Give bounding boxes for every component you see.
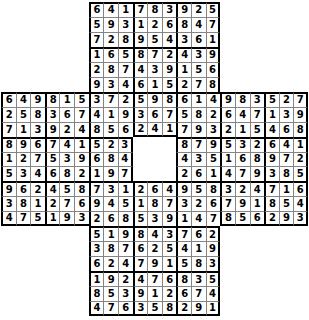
sudoku-cell[interactable]: 5 bbox=[118, 196, 133, 211]
sudoku-cell[interactable]: 9 bbox=[235, 196, 250, 211]
sudoku-cell[interactable]: 5 bbox=[191, 181, 206, 196]
sudoku-cell[interactable]: 7 bbox=[30, 152, 45, 167]
sudoku-cell[interactable]: 3 bbox=[45, 107, 60, 122]
sudoku-cell[interactable]: 8 bbox=[89, 122, 104, 137]
sudoku-cell[interactable]: 8 bbox=[59, 166, 74, 181]
sudoku-cell[interactable]: 9 bbox=[147, 92, 162, 107]
sudoku-cell[interactable]: 1 bbox=[191, 241, 206, 256]
sudoku-cell[interactable]: 6 bbox=[89, 152, 104, 167]
sudoku-cell[interactable]: 9 bbox=[147, 256, 162, 271]
sudoku-cell[interactable]: 4 bbox=[235, 107, 250, 122]
sudoku-cell[interactable]: 9 bbox=[279, 211, 294, 226]
sudoku-cell[interactable]: 2 bbox=[89, 211, 104, 226]
empty-space bbox=[1, 241, 16, 256]
sudoku-cell[interactable]: 2 bbox=[162, 286, 177, 301]
sudoku-cell[interactable]: 8 bbox=[206, 77, 221, 92]
sudoku-cell[interactable]: 6 bbox=[147, 107, 162, 122]
sudoku-cell[interactable]: 6 bbox=[191, 226, 206, 241]
sudoku-cell[interactable]: 6 bbox=[59, 107, 74, 122]
sudoku-cell[interactable]: 6 bbox=[293, 181, 308, 196]
sudoku-cell[interactable]: 5 bbox=[89, 17, 104, 32]
sudoku-cell[interactable]: 8 bbox=[89, 286, 104, 301]
sudoku-cell[interactable]: 9 bbox=[74, 152, 89, 167]
sudoku-cell[interactable]: 4 bbox=[16, 92, 31, 107]
sudoku-cell[interactable]: 9 bbox=[1, 181, 16, 196]
sudoku-cell[interactable]: 9 bbox=[206, 47, 221, 62]
sudoku-cell[interactable]: 4 bbox=[147, 226, 162, 241]
sudoku-cell[interactable]: 2 bbox=[191, 2, 206, 17]
sudoku-cell[interactable]: 9 bbox=[191, 122, 206, 137]
sudoku-cell[interactable]: 4 bbox=[279, 137, 294, 152]
sudoku-cell[interactable]: 6 bbox=[162, 17, 177, 32]
sudoku-cell[interactable]: 1 bbox=[206, 166, 221, 181]
sudoku-cell[interactable]: 6 bbox=[45, 166, 60, 181]
sudoku-cell[interactable]: 2 bbox=[30, 181, 45, 196]
sudoku-cell[interactable]: 9 bbox=[162, 211, 177, 226]
sudoku-cell[interactable]: 8 bbox=[1, 137, 16, 152]
sudoku-cell[interactable]: 3 bbox=[30, 122, 45, 137]
sudoku-cell[interactable]: 4 bbox=[176, 47, 191, 62]
sudoku-cell[interactable]: 8 bbox=[103, 152, 118, 167]
sudoku-cell[interactable]: 9 bbox=[206, 137, 221, 152]
sudoku-cell[interactable]: 7 bbox=[103, 92, 118, 107]
sudoku-cell[interactable]: 1 bbox=[30, 196, 45, 211]
sudoku-cell[interactable]: 6 bbox=[118, 301, 133, 316]
empty-space bbox=[30, 32, 45, 47]
sudoku-cell[interactable]: 6 bbox=[191, 166, 206, 181]
sudoku-cell[interactable]: 2 bbox=[118, 92, 133, 107]
sudoku-cell[interactable]: 5 bbox=[250, 122, 265, 137]
sudoku-cell[interactable]: 4 bbox=[191, 211, 206, 226]
sudoku-cell[interactable]: 3 bbox=[89, 241, 104, 256]
sudoku-cell[interactable]: 8 bbox=[16, 196, 31, 211]
sudoku-cell[interactable]: 5 bbox=[30, 211, 45, 226]
sudoku-cell[interactable]: 9 bbox=[191, 301, 206, 316]
sudoku-cell[interactable]: 9 bbox=[103, 271, 118, 286]
sudoku-cell[interactable]: 5 bbox=[133, 92, 148, 107]
sudoku-cell[interactable]: 7 bbox=[133, 256, 148, 271]
sudoku-cell[interactable]: 1 bbox=[264, 107, 279, 122]
sudoku-cell[interactable]: 3 bbox=[147, 211, 162, 226]
sudoku-cell[interactable]: 3 bbox=[176, 196, 191, 211]
sudoku-cell[interactable]: 1 bbox=[103, 226, 118, 241]
sudoku-cell[interactable]: 3 bbox=[1, 196, 16, 211]
sudoku-cell[interactable]: 6 bbox=[176, 286, 191, 301]
sudoku-cell[interactable]: 9 bbox=[118, 226, 133, 241]
sudoku-cell[interactable]: 6 bbox=[133, 77, 148, 92]
sudoku-cell[interactable]: 6 bbox=[30, 137, 45, 152]
sudoku-cell[interactable]: 6 bbox=[206, 62, 221, 77]
sudoku-cell[interactable]: 5 bbox=[220, 137, 235, 152]
sudoku-cell[interactable]: 4 bbox=[147, 122, 162, 137]
sudoku-cell[interactable]: 8 bbox=[147, 2, 162, 17]
sudoku-cell[interactable]: 7 bbox=[264, 181, 279, 196]
sudoku-cell[interactable]: 6 bbox=[191, 32, 206, 47]
sudoku-cell[interactable]: 7 bbox=[162, 196, 177, 211]
sudoku-cell[interactable]: 3 bbox=[162, 226, 177, 241]
sudoku-cell[interactable]: 9 bbox=[16, 137, 31, 152]
sudoku-cell[interactable]: 7 bbox=[118, 62, 133, 77]
empty-space bbox=[162, 152, 177, 167]
sudoku-cell[interactable]: 3 bbox=[293, 211, 308, 226]
sudoku-cell[interactable]: 5 bbox=[206, 152, 221, 167]
sudoku-cell[interactable]: 8 bbox=[220, 211, 235, 226]
sudoku-cell[interactable]: 5 bbox=[89, 137, 104, 152]
sudoku-cell[interactable]: 2 bbox=[176, 166, 191, 181]
sudoku-cell[interactable]: 5 bbox=[176, 107, 191, 122]
sudoku-cell[interactable]: 4 bbox=[162, 181, 177, 196]
sudoku-cell[interactable]: 7 bbox=[103, 301, 118, 316]
sudoku-cell[interactable]: 4 bbox=[191, 17, 206, 32]
sudoku-cell[interactable]: 8 bbox=[103, 62, 118, 77]
sudoku-cell[interactable]: 2 bbox=[16, 152, 31, 167]
empty-space bbox=[74, 17, 89, 32]
sudoku-cell[interactable]: 7 bbox=[1, 122, 16, 137]
sudoku-cell[interactable]: 5 bbox=[147, 301, 162, 316]
sudoku-cell[interactable]: 7 bbox=[118, 241, 133, 256]
sudoku-cell[interactable]: 4 bbox=[118, 256, 133, 271]
sudoku-cell[interactable]: 1 bbox=[147, 77, 162, 92]
sudoku-cell[interactable]: 9 bbox=[133, 286, 148, 301]
sudoku-cell[interactable]: 6 bbox=[103, 47, 118, 62]
sudoku-cell[interactable]: 2 bbox=[103, 32, 118, 47]
sudoku-cell[interactable]: 6 bbox=[250, 211, 265, 226]
sudoku-cell[interactable]: 3 bbox=[176, 32, 191, 47]
sudoku-cell[interactable]: 1 bbox=[250, 196, 265, 211]
sudoku-cell[interactable]: 8 bbox=[30, 107, 45, 122]
sudoku-cell[interactable]: 2 bbox=[103, 256, 118, 271]
sudoku-cell[interactable]: 9 bbox=[103, 166, 118, 181]
sudoku-cell[interactable]: 7 bbox=[220, 196, 235, 211]
sudoku-cell[interactable]: 5 bbox=[118, 47, 133, 62]
sudoku-cell[interactable]: 2 bbox=[293, 152, 308, 167]
sudoku-cell[interactable]: 7 bbox=[74, 107, 89, 122]
sudoku-cell[interactable]: 2 bbox=[89, 62, 104, 77]
sudoku-cell[interactable]: 3 bbox=[16, 166, 31, 181]
sudoku-cell[interactable]: 5 bbox=[45, 152, 60, 167]
sudoku-cell[interactable]: 5 bbox=[206, 271, 221, 286]
sudoku-cell[interactable]: 7 bbox=[133, 2, 148, 17]
sudoku-cell[interactable]: 1 bbox=[89, 47, 104, 62]
sudoku-cell[interactable]: 6 bbox=[74, 196, 89, 211]
empty-space bbox=[220, 2, 235, 17]
sudoku-cell[interactable]: 3 bbox=[89, 92, 104, 107]
sudoku-cell[interactable]: 5 bbox=[74, 92, 89, 107]
sudoku-cell[interactable]: 5 bbox=[191, 62, 206, 77]
sudoku-cell[interactable]: 1 bbox=[293, 137, 308, 152]
sudoku-cell[interactable]: 3 bbox=[162, 2, 177, 17]
sudoku-cell[interactable]: 9 bbox=[133, 32, 148, 47]
sudoku-cell[interactable]: 1 bbox=[220, 152, 235, 167]
sudoku-cell[interactable]: 2 bbox=[206, 107, 221, 122]
sudoku-cell[interactable]: 9 bbox=[103, 17, 118, 32]
sudoku-cell[interactable]: 4 bbox=[103, 196, 118, 211]
sudoku-cell[interactable]: 1 bbox=[133, 17, 148, 32]
sudoku-cell[interactable]: 8 bbox=[279, 166, 294, 181]
sudoku-cell[interactable]: 3 bbox=[250, 92, 265, 107]
sudoku-cell[interactable]: 7 bbox=[279, 152, 294, 167]
sudoku-cell[interactable]: 3 bbox=[133, 301, 148, 316]
sudoku-cell[interactable]: 1 bbox=[191, 92, 206, 107]
sudoku-cell[interactable]: 1 bbox=[16, 122, 31, 137]
sudoku-cell[interactable]: 8 bbox=[176, 137, 191, 152]
sudoku-cell[interactable]: 1 bbox=[162, 122, 177, 137]
sudoku-cell[interactable]: 5 bbox=[59, 181, 74, 196]
sudoku-cell[interactable]: 7 bbox=[147, 47, 162, 62]
sudoku-cell[interactable]: 5 bbox=[103, 122, 118, 137]
sudoku-cell[interactable]: 4 bbox=[176, 241, 191, 256]
sudoku-cell[interactable]: 8 bbox=[45, 92, 60, 107]
sudoku-cell[interactable]: 6 bbox=[176, 92, 191, 107]
sudoku-cell[interactable]: 4 bbox=[45, 181, 60, 196]
sudoku-cell[interactable]: 1 bbox=[176, 62, 191, 77]
sudoku-cell[interactable]: 9 bbox=[30, 92, 45, 107]
sudoku-cell[interactable]: 4 bbox=[133, 271, 148, 286]
sudoku-cell[interactable]: 9 bbox=[250, 166, 265, 181]
sudoku-cell[interactable]: 9 bbox=[264, 152, 279, 167]
sudoku-cell[interactable]: 9 bbox=[220, 92, 235, 107]
sudoku-cell[interactable]: 5 bbox=[133, 211, 148, 226]
sudoku-cell[interactable]: 3 bbox=[220, 181, 235, 196]
sudoku-cell[interactable]: 4 bbox=[293, 196, 308, 211]
sudoku-cell[interactable]: 5 bbox=[279, 196, 294, 211]
sudoku-cell[interactable]: 5 bbox=[162, 77, 177, 92]
sudoku-cell[interactable]: 7 bbox=[176, 122, 191, 137]
sudoku-cell[interactable]: 3 bbox=[118, 17, 133, 32]
sudoku-cell[interactable]: 4 bbox=[30, 166, 45, 181]
sudoku-cell[interactable]: 1 bbox=[118, 181, 133, 196]
sudoku-cell[interactable]: 6 bbox=[103, 211, 118, 226]
sudoku-cell[interactable]: 4 bbox=[250, 181, 265, 196]
sudoku-cell[interactable]: 6 bbox=[133, 241, 148, 256]
sudoku-cell[interactable]: 6 bbox=[89, 2, 104, 17]
empty-space bbox=[250, 286, 265, 301]
sudoku-cell[interactable]: 4 bbox=[206, 92, 221, 107]
sudoku-cell[interactable]: 4 bbox=[89, 107, 104, 122]
sudoku-cell[interactable]: 5 bbox=[235, 211, 250, 226]
sudoku-cell[interactable]: 3 bbox=[133, 107, 148, 122]
sudoku-cell[interactable]: 7 bbox=[59, 196, 74, 211]
sudoku-cell[interactable]: 2 bbox=[118, 271, 133, 286]
sudoku-cell[interactable]: 6 bbox=[279, 122, 294, 137]
empty-space bbox=[279, 77, 294, 92]
sudoku-cell[interactable]: 3 bbox=[191, 47, 206, 62]
sudoku-cell[interactable]: 2 bbox=[279, 92, 294, 107]
sudoku-cell[interactable]: 7 bbox=[191, 137, 206, 152]
sudoku-cell[interactable]: 5 bbox=[1, 166, 16, 181]
sudoku-cell[interactable]: 3 bbox=[118, 137, 133, 152]
sudoku-cell[interactable]: 8 bbox=[147, 196, 162, 211]
sudoku-cell[interactable]: 4 bbox=[162, 32, 177, 47]
empty-space bbox=[74, 77, 89, 92]
sudoku-cell[interactable]: 5 bbox=[206, 2, 221, 17]
sudoku-cell[interactable]: 5 bbox=[16, 107, 31, 122]
sudoku-cell[interactable]: 2 bbox=[162, 47, 177, 62]
sudoku-cell[interactable]: 3 bbox=[59, 152, 74, 167]
sudoku-cell[interactable]: 3 bbox=[103, 181, 118, 196]
sudoku-cell[interactable]: 3 bbox=[264, 166, 279, 181]
sudoku-cell[interactable]: 1 bbox=[118, 2, 133, 17]
sudoku-cell[interactable]: 2 bbox=[220, 122, 235, 137]
sudoku-cell[interactable]: 6 bbox=[206, 196, 221, 211]
sudoku-cell[interactable]: 9 bbox=[206, 241, 221, 256]
sudoku-cell[interactable]: 7 bbox=[162, 107, 177, 122]
sudoku-cell[interactable]: 6 bbox=[147, 181, 162, 196]
sudoku-cell[interactable]: 5 bbox=[89, 226, 104, 241]
sudoku-cell[interactable]: 9 bbox=[176, 2, 191, 17]
sudoku-cell[interactable]: 6 bbox=[235, 152, 250, 167]
sudoku-cell[interactable]: 5 bbox=[176, 256, 191, 271]
sudoku-cell[interactable]: 1 bbox=[206, 32, 221, 47]
sudoku-cell[interactable]: 3 bbox=[118, 286, 133, 301]
sudoku-cell[interactable]: 4 bbox=[176, 152, 191, 167]
sudoku-cell[interactable]: 4 bbox=[118, 77, 133, 92]
sudoku-cell[interactable]: 7 bbox=[89, 181, 104, 196]
sudoku-cell[interactable]: 2 bbox=[206, 226, 221, 241]
sudoku-cell[interactable]: 8 bbox=[162, 92, 177, 107]
sudoku-cell[interactable]: 8 bbox=[191, 256, 206, 271]
sudoku-cell[interactable]: 8 bbox=[264, 196, 279, 211]
sudoku-cell[interactable]: 8 bbox=[206, 181, 221, 196]
sudoku-cell[interactable]: 9 bbox=[118, 107, 133, 122]
sudoku-cell[interactable]: 1 bbox=[74, 137, 89, 152]
sudoku-cell[interactable]: 2 bbox=[147, 17, 162, 32]
sudoku-cell[interactable]: 2 bbox=[250, 137, 265, 152]
sudoku-cell[interactable]: 1 bbox=[1, 152, 16, 167]
sudoku-cell[interactable]: 2 bbox=[191, 196, 206, 211]
sudoku-cell[interactable]: 9 bbox=[89, 196, 104, 211]
sudoku-cell[interactable]: 8 bbox=[162, 301, 177, 316]
sudoku-cell[interactable]: 6 bbox=[162, 271, 177, 286]
sudoku-cell[interactable]: 4 bbox=[220, 166, 235, 181]
sudoku-cell[interactable]: 8 bbox=[118, 32, 133, 47]
sudoku-cell[interactable]: 1 bbox=[147, 286, 162, 301]
sudoku-cell[interactable]: 6 bbox=[220, 107, 235, 122]
sudoku-cell[interactable]: 6 bbox=[1, 92, 16, 107]
empty-space bbox=[45, 271, 60, 286]
sudoku-cell[interactable]: 2 bbox=[1, 107, 16, 122]
sudoku-cell[interactable]: 1 bbox=[45, 211, 60, 226]
sudoku-cell[interactable]: 8 bbox=[133, 226, 148, 241]
sudoku-cell[interactable]: 2 bbox=[45, 196, 60, 211]
sudoku-cell[interactable]: 1 bbox=[235, 122, 250, 137]
sudoku-cell[interactable]: 6 bbox=[16, 181, 31, 196]
sudoku-cell[interactable]: 1 bbox=[89, 166, 104, 181]
empty-space bbox=[235, 301, 250, 316]
sudoku-cell[interactable]: 8 bbox=[176, 17, 191, 32]
sudoku-cell[interactable]: 4 bbox=[74, 122, 89, 137]
sudoku-cell[interactable]: 6 bbox=[264, 137, 279, 152]
sudoku-cell[interactable]: 1 bbox=[206, 301, 221, 316]
sudoku-cell[interactable]: 3 bbox=[235, 137, 250, 152]
sudoku-cell[interactable]: 7 bbox=[16, 211, 31, 226]
sudoku-cell[interactable]: 2 bbox=[176, 77, 191, 92]
sudoku-cell[interactable]: 6 bbox=[118, 122, 133, 137]
sudoku-cell[interactable]: 3 bbox=[191, 271, 206, 286]
sudoku-cell[interactable]: 2 bbox=[133, 181, 148, 196]
sudoku-cell[interactable]: 3 bbox=[191, 152, 206, 167]
sudoku-cell[interactable]: 1 bbox=[103, 107, 118, 122]
sudoku-cell[interactable]: 9 bbox=[162, 62, 177, 77]
sudoku-cell[interactable]: 8 bbox=[250, 152, 265, 167]
sudoku-cell[interactable]: 4 bbox=[264, 122, 279, 137]
sudoku-cell[interactable]: 7 bbox=[235, 166, 250, 181]
sudoku-cell[interactable]: 1 bbox=[89, 271, 104, 286]
sudoku-cell[interactable]: 8 bbox=[191, 107, 206, 122]
sudoku-cell[interactable]: 8 bbox=[118, 211, 133, 226]
sudoku-cell[interactable]: 9 bbox=[293, 107, 308, 122]
sudoku-cell[interactable]: 5 bbox=[162, 241, 177, 256]
sudoku-cell[interactable]: 3 bbox=[103, 77, 118, 92]
sudoku-cell[interactable]: 3 bbox=[147, 62, 162, 77]
sudoku-cell[interactable]: 8 bbox=[74, 181, 89, 196]
sudoku-cell[interactable]: 5 bbox=[103, 286, 118, 301]
sudoku-cell[interactable]: 4 bbox=[103, 2, 118, 17]
sudoku-cell[interactable]: 4 bbox=[133, 62, 148, 77]
sudoku-cell[interactable]: 2 bbox=[59, 122, 74, 137]
sudoku-cell[interactable]: 8 bbox=[103, 241, 118, 256]
sudoku-cell[interactable]: 3 bbox=[206, 122, 221, 137]
sudoku-cell[interactable]: 9 bbox=[89, 77, 104, 92]
sudoku-cell[interactable]: 8 bbox=[235, 92, 250, 107]
sudoku-cell[interactable]: 5 bbox=[293, 166, 308, 181]
sudoku-cell[interactable]: 8 bbox=[176, 271, 191, 286]
sudoku-cell[interactable]: 8 bbox=[293, 122, 308, 137]
sudoku-cell[interactable]: 1 bbox=[279, 181, 294, 196]
sudoku-cell[interactable]: 9 bbox=[45, 122, 60, 137]
sudoku-cell[interactable]: 9 bbox=[59, 211, 74, 226]
empty-space bbox=[293, 226, 308, 241]
sudoku-cell[interactable]: 2 bbox=[147, 241, 162, 256]
sudoku-cell[interactable]: 4 bbox=[89, 301, 104, 316]
sudoku-cell[interactable]: 7 bbox=[206, 17, 221, 32]
sudoku-cell[interactable]: 2 bbox=[235, 181, 250, 196]
sudoku-cell[interactable]: 4 bbox=[206, 286, 221, 301]
sudoku-cell[interactable]: 1 bbox=[162, 256, 177, 271]
sudoku-cell[interactable]: 5 bbox=[264, 92, 279, 107]
sudoku-cell[interactable]: 2 bbox=[176, 301, 191, 316]
sudoku-cell[interactable]: 8 bbox=[133, 47, 148, 62]
sudoku-cell[interactable]: 3 bbox=[206, 256, 221, 271]
sudoku-cell[interactable]: 7 bbox=[176, 226, 191, 241]
sudoku-cell[interactable]: 7 bbox=[191, 77, 206, 92]
sudoku-cell[interactable]: 7 bbox=[45, 137, 60, 152]
sudoku-cell[interactable]: 2 bbox=[133, 122, 148, 137]
sudoku-cell[interactable]: 7 bbox=[118, 166, 133, 181]
sudoku-cell[interactable]: 2 bbox=[74, 166, 89, 181]
sudoku-cell[interactable]: 1 bbox=[133, 196, 148, 211]
sudoku-cell[interactable]: 2 bbox=[103, 137, 118, 152]
sudoku-cell[interactable]: 7 bbox=[191, 286, 206, 301]
sudoku-cell[interactable]: 4 bbox=[1, 211, 16, 226]
sudoku-cell[interactable]: 7 bbox=[89, 32, 104, 47]
sudoku-cell[interactable]: 7 bbox=[147, 271, 162, 286]
sudoku-cell[interactable]: 1 bbox=[176, 211, 191, 226]
sudoku-cell[interactable]: 3 bbox=[279, 107, 294, 122]
sudoku-cell[interactable]: 3 bbox=[74, 211, 89, 226]
sudoku-cell[interactable]: 5 bbox=[147, 32, 162, 47]
sudoku-cell[interactable]: 7 bbox=[293, 92, 308, 107]
sudoku-cell[interactable]: 7 bbox=[206, 211, 221, 226]
sudoku-cell[interactable]: 4 bbox=[118, 152, 133, 167]
sudoku-cell[interactable]: 4 bbox=[59, 137, 74, 152]
sudoku-cell[interactable]: 6 bbox=[89, 256, 104, 271]
sudoku-cell[interactable]: 7 bbox=[250, 107, 265, 122]
sudoku-cell[interactable]: 2 bbox=[264, 211, 279, 226]
sudoku-cell[interactable]: 1 bbox=[59, 92, 74, 107]
sudoku-cell[interactable]: 9 bbox=[176, 181, 191, 196]
empty-space bbox=[16, 301, 31, 316]
